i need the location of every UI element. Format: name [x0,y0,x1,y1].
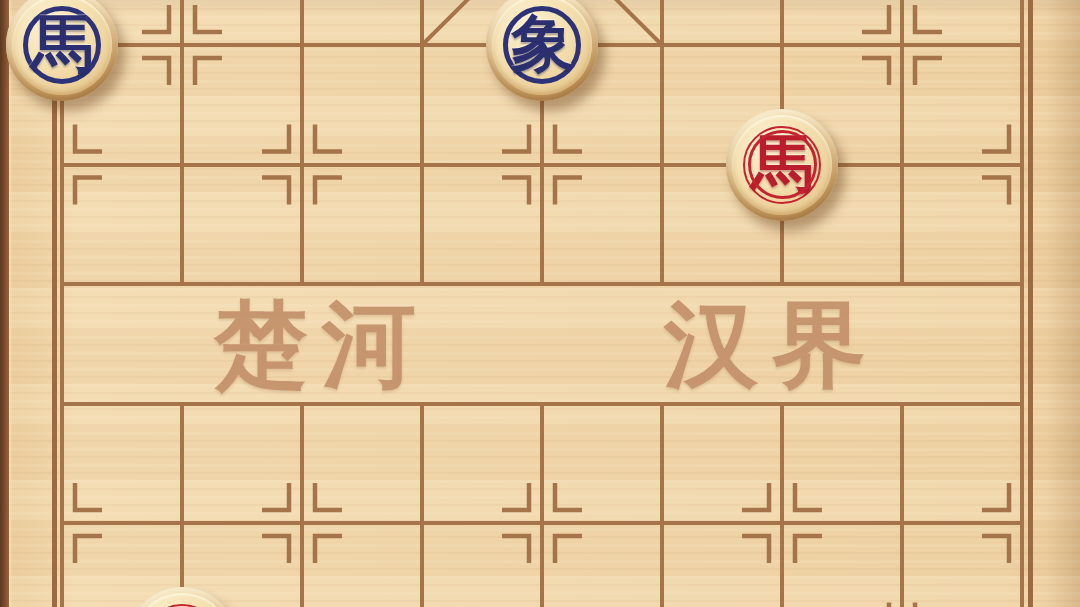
piece-ring: 馬 [743,126,821,204]
piece-character: 象 [511,13,573,75]
piece-face: 馬 [732,115,832,215]
pieces-layer: 馬象馬車 [0,0,1080,607]
piece-ring: 馬 [23,6,101,84]
piece-face: 車 [132,593,232,607]
piece-character: 馬 [31,13,93,75]
xiangqi-board-viewport: 楚河 汉界 馬象馬車 [0,0,1080,607]
piece-ring: 象 [503,6,581,84]
piece-ring: 車 [143,604,221,607]
piece-face: 象 [492,0,592,95]
piece-black-elephant[interactable]: 象 [486,0,598,101]
piece-red-horse[interactable]: 馬 [726,109,838,221]
piece-black-horse[interactable]: 馬 [6,0,118,101]
piece-red-chariot[interactable]: 車 [126,587,238,607]
piece-character: 馬 [751,133,813,195]
piece-face: 馬 [12,0,112,95]
